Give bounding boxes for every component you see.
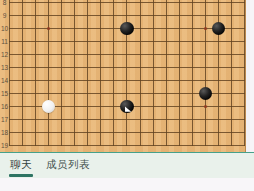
black-stone [120,100,133,113]
row-label: 11 [0,38,9,45]
active-tab-underline [9,174,33,177]
grid-line-vertical [113,0,114,146]
row-label: 16 [0,103,9,110]
bottom-tab-bar: 聊天 成员列表 [0,152,254,178]
star-point [47,27,50,30]
tab-member-list[interactable]: 成员列表 [45,153,91,178]
row-label: 18 [0,129,9,136]
black-stone [199,87,212,100]
grid-line-vertical [179,0,180,146]
grid-line-vertical [205,0,206,146]
star-point [204,105,207,108]
row-label: 13 [0,64,9,71]
grid-line-vertical [87,0,88,146]
go-app-screen: 8910111213141516171819 聊天 成员列表 [0,0,254,190]
black-stone [212,22,225,35]
go-board[interactable]: 8910111213141516171819 [0,0,250,152]
grid-line-horizontal [9,2,245,3]
grid-line-vertical [231,0,232,146]
row-label: 17 [0,116,9,123]
grid-line-vertical [48,0,49,146]
grid-line-vertical [140,0,141,146]
grid-line-vertical [9,0,10,146]
last-move-triangle-marker [125,106,132,111]
grid-line-horizontal [9,67,245,68]
grid-line-horizontal [9,54,245,55]
row-label: 9 [0,12,9,19]
row-label: 12 [0,51,9,58]
row-label: 8 [0,0,9,6]
grid-line-vertical [74,0,75,146]
grid-line-horizontal [9,80,245,81]
grid-line-vertical [192,0,193,146]
chat-panel-content [0,178,254,191]
black-stone [120,22,133,35]
white-stone [42,100,55,113]
tab-member-list-label: 成员列表 [46,158,90,172]
grid-line-vertical [22,0,23,146]
tab-chat[interactable]: 聊天 [9,153,33,178]
page-background-strip [246,0,250,152]
grid-line-horizontal [9,41,245,42]
row-label: 10 [0,25,9,32]
grid-line-horizontal [9,15,245,16]
grid-line-horizontal [9,145,245,146]
grid-line-horizontal [9,132,245,133]
grid-line-vertical [35,0,36,146]
grid-line-vertical [166,0,167,146]
row-label: 15 [0,90,9,97]
grid-line-horizontal [9,119,245,120]
grid-line-vertical [153,0,154,146]
tab-chat-label: 聊天 [10,158,32,172]
row-label: 19 [0,142,9,149]
grid-line-vertical [61,0,62,146]
star-point [204,27,207,30]
grid-line-vertical [100,0,101,146]
row-label: 14 [0,77,9,84]
